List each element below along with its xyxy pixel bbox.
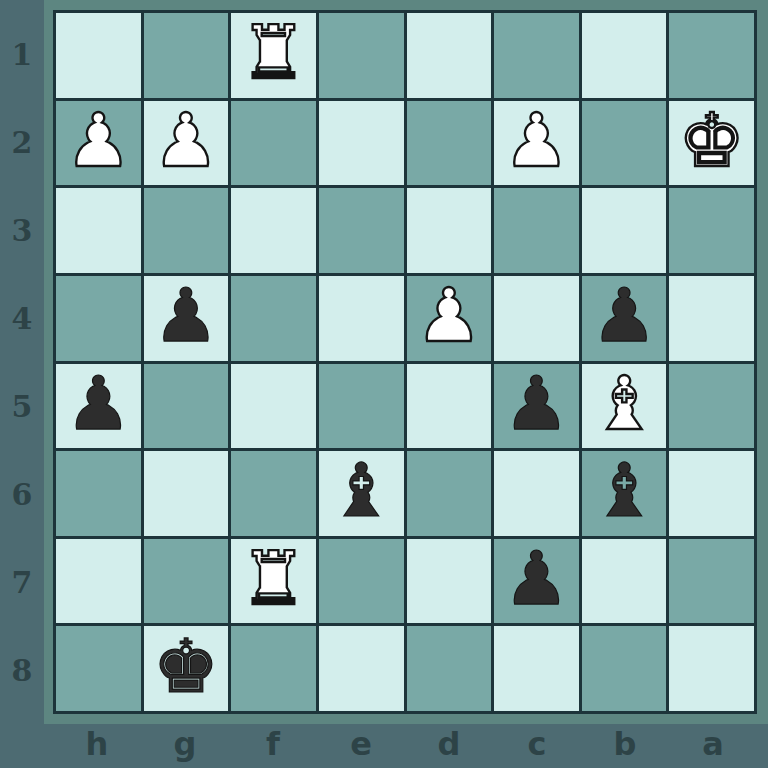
square-c1[interactable] bbox=[494, 13, 579, 98]
square-f6[interactable] bbox=[231, 451, 316, 536]
square-e8[interactable] bbox=[319, 626, 404, 711]
square-e5[interactable] bbox=[319, 364, 404, 449]
square-a3[interactable] bbox=[669, 188, 754, 273]
square-b6[interactable]: ♝ bbox=[582, 451, 667, 536]
square-e4[interactable] bbox=[319, 276, 404, 361]
rank-label-7: 7 bbox=[0, 538, 44, 626]
square-e7[interactable] bbox=[319, 539, 404, 624]
rank-label-6: 6 bbox=[0, 450, 44, 538]
file-label-f: f bbox=[229, 720, 317, 768]
rank-label-2: 2 bbox=[0, 98, 44, 186]
file-label-e: e bbox=[317, 720, 405, 768]
square-b5[interactable]: ♝ bbox=[582, 364, 667, 449]
white-rook[interactable]: ♜ bbox=[240, 541, 306, 615]
square-c5[interactable]: ♟ bbox=[494, 364, 579, 449]
white-pawn[interactable]: ♟ bbox=[416, 278, 482, 352]
square-b7[interactable] bbox=[582, 539, 667, 624]
square-b1[interactable] bbox=[582, 13, 667, 98]
square-g7[interactable] bbox=[144, 539, 229, 624]
white-rook[interactable]: ♜ bbox=[240, 15, 306, 89]
square-b2[interactable] bbox=[582, 101, 667, 186]
square-f4[interactable] bbox=[231, 276, 316, 361]
square-h1[interactable] bbox=[56, 13, 141, 98]
square-g3[interactable] bbox=[144, 188, 229, 273]
file-label-a: a bbox=[669, 720, 757, 768]
white-king[interactable]: ♚ bbox=[679, 103, 745, 177]
rank-label-4: 4 bbox=[0, 274, 44, 362]
rank-label-1: 1 bbox=[0, 10, 44, 98]
square-a6[interactable] bbox=[669, 451, 754, 536]
square-h8[interactable] bbox=[56, 626, 141, 711]
rank-label-5: 5 bbox=[0, 362, 44, 450]
square-d3[interactable] bbox=[407, 188, 492, 273]
square-d8[interactable] bbox=[407, 626, 492, 711]
square-c3[interactable] bbox=[494, 188, 579, 273]
square-b8[interactable] bbox=[582, 626, 667, 711]
square-a7[interactable] bbox=[669, 539, 754, 624]
square-a8[interactable] bbox=[669, 626, 754, 711]
black-pawn[interactable]: ♟ bbox=[591, 278, 657, 352]
square-h2[interactable]: ♟ bbox=[56, 101, 141, 186]
square-e6[interactable]: ♝ bbox=[319, 451, 404, 536]
rank-label-8: 8 bbox=[0, 626, 44, 714]
square-e3[interactable] bbox=[319, 188, 404, 273]
square-d4[interactable]: ♟ bbox=[407, 276, 492, 361]
square-f3[interactable] bbox=[231, 188, 316, 273]
black-pawn[interactable]: ♟ bbox=[503, 366, 569, 440]
square-g2[interactable]: ♟ bbox=[144, 101, 229, 186]
square-f8[interactable] bbox=[231, 626, 316, 711]
white-bishop[interactable]: ♝ bbox=[591, 366, 657, 440]
file-label-c: c bbox=[493, 720, 581, 768]
white-pawn[interactable]: ♟ bbox=[503, 103, 569, 177]
square-h3[interactable] bbox=[56, 188, 141, 273]
rank-label-3: 3 bbox=[0, 186, 44, 274]
square-c2[interactable]: ♟ bbox=[494, 101, 579, 186]
square-a2[interactable]: ♚ bbox=[669, 101, 754, 186]
square-g8[interactable]: ♚ bbox=[144, 626, 229, 711]
file-label-g: g bbox=[141, 720, 229, 768]
square-h7[interactable] bbox=[56, 539, 141, 624]
square-g6[interactable] bbox=[144, 451, 229, 536]
square-e1[interactable] bbox=[319, 13, 404, 98]
file-label-d: d bbox=[405, 720, 493, 768]
square-e2[interactable] bbox=[319, 101, 404, 186]
square-h5[interactable]: ♟ bbox=[56, 364, 141, 449]
square-d6[interactable] bbox=[407, 451, 492, 536]
square-g4[interactable]: ♟ bbox=[144, 276, 229, 361]
square-a4[interactable] bbox=[669, 276, 754, 361]
file-labels: hgfedcba bbox=[53, 720, 757, 768]
chess-board: ♜♟♟♟♚♟♟♟♟♟♝♝♝♜♟♚ bbox=[53, 10, 757, 714]
square-h4[interactable] bbox=[56, 276, 141, 361]
square-g1[interactable] bbox=[144, 13, 229, 98]
square-d1[interactable] bbox=[407, 13, 492, 98]
square-c6[interactable] bbox=[494, 451, 579, 536]
square-d5[interactable] bbox=[407, 364, 492, 449]
square-f7[interactable]: ♜ bbox=[231, 539, 316, 624]
square-g5[interactable] bbox=[144, 364, 229, 449]
square-c8[interactable] bbox=[494, 626, 579, 711]
black-pawn[interactable]: ♟ bbox=[503, 541, 569, 615]
square-b3[interactable] bbox=[582, 188, 667, 273]
square-h6[interactable] bbox=[56, 451, 141, 536]
file-label-h: h bbox=[53, 720, 141, 768]
black-bishop[interactable]: ♝ bbox=[328, 453, 394, 527]
square-c7[interactable]: ♟ bbox=[494, 539, 579, 624]
black-king[interactable]: ♚ bbox=[153, 629, 219, 703]
white-pawn[interactable]: ♟ bbox=[65, 103, 131, 177]
square-f5[interactable] bbox=[231, 364, 316, 449]
white-pawn[interactable]: ♟ bbox=[153, 103, 219, 177]
square-c4[interactable] bbox=[494, 276, 579, 361]
square-f1[interactable]: ♜ bbox=[231, 13, 316, 98]
square-d2[interactable] bbox=[407, 101, 492, 186]
black-pawn[interactable]: ♟ bbox=[153, 278, 219, 352]
square-f2[interactable] bbox=[231, 101, 316, 186]
rank-labels: 12345678 bbox=[0, 10, 44, 714]
black-pawn[interactable]: ♟ bbox=[65, 366, 131, 440]
file-label-b: b bbox=[581, 720, 669, 768]
chess-diagram: ♜♟♟♟♚♟♟♟♟♟♝♝♝♜♟♚ 12345678 hgfedcba bbox=[0, 0, 768, 768]
square-a1[interactable] bbox=[669, 13, 754, 98]
black-bishop[interactable]: ♝ bbox=[591, 453, 657, 527]
square-a5[interactable] bbox=[669, 364, 754, 449]
square-b4[interactable]: ♟ bbox=[582, 276, 667, 361]
square-d7[interactable] bbox=[407, 539, 492, 624]
